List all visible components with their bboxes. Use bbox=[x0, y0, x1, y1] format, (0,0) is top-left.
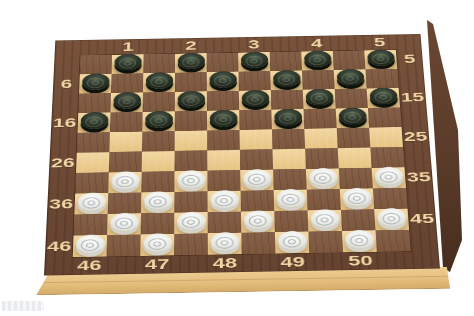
square-r6c6[interactable] bbox=[240, 149, 273, 170]
white-piece[interactable]: ◎ bbox=[210, 232, 239, 251]
square-r7c2[interactable]: ◎ bbox=[108, 172, 141, 193]
square-r7c8[interactable]: ◎ bbox=[306, 168, 340, 189]
square-r5c4[interactable] bbox=[175, 130, 208, 151]
square-r7c4[interactable]: ◎ bbox=[174, 171, 207, 192]
square-r9c8[interactable]: ◎ bbox=[308, 210, 342, 232]
square-r1c1[interactable] bbox=[80, 55, 112, 74]
square-r5c5[interactable] bbox=[207, 130, 240, 151]
square-r4c10[interactable] bbox=[368, 107, 402, 127]
square-r10c6[interactable] bbox=[241, 232, 275, 254]
square-r10c3[interactable]: ◎ bbox=[140, 234, 174, 256]
white-piece[interactable]: ◎ bbox=[308, 168, 337, 186]
coord-label-top-1: 1 bbox=[112, 39, 144, 55]
square-r6c5[interactable] bbox=[207, 150, 240, 171]
square-r1c3[interactable] bbox=[143, 54, 175, 73]
black-piece[interactable]: ◎ bbox=[304, 51, 332, 68]
square-r10c8[interactable] bbox=[308, 231, 343, 253]
square-r2c4[interactable] bbox=[175, 72, 207, 92]
square-r8c4[interactable] bbox=[174, 191, 207, 212]
square-r8c6[interactable] bbox=[241, 190, 275, 211]
square-r3c6[interactable]: ◎ bbox=[239, 90, 272, 110]
coord-label-top-3: 3 bbox=[238, 37, 270, 53]
white-piece[interactable]: ◎ bbox=[111, 171, 139, 189]
square-r10c5[interactable]: ◎ bbox=[208, 233, 242, 255]
coord-label-right-45: 45 bbox=[408, 208, 437, 230]
coord-label-top-4: 4 bbox=[301, 36, 333, 52]
square-r6c9[interactable] bbox=[338, 148, 372, 169]
white-piece[interactable]: ◎ bbox=[143, 233, 172, 252]
square-r9c6[interactable]: ◎ bbox=[241, 211, 275, 233]
coord-label-top-5: 5 bbox=[363, 35, 395, 51]
square-r6c7[interactable] bbox=[272, 149, 305, 170]
white-piece[interactable]: ◎ bbox=[75, 234, 104, 253]
coord-label-bottom-46: 46 bbox=[72, 256, 106, 274]
square-r6c2[interactable] bbox=[109, 152, 142, 173]
white-piece[interactable]: ◎ bbox=[374, 167, 403, 185]
square-r2c6[interactable] bbox=[239, 71, 271, 91]
coord-label-right-35: 35 bbox=[404, 167, 433, 188]
square-r3c4[interactable]: ◎ bbox=[175, 91, 207, 111]
square-r2c3[interactable]: ◎ bbox=[143, 73, 175, 93]
black-piece[interactable]: ◎ bbox=[240, 52, 267, 69]
square-r5c8[interactable] bbox=[304, 128, 337, 149]
square-r2c5[interactable]: ◎ bbox=[207, 72, 239, 92]
draughts-board: 12345 4647484950 616263646 515253545 ◎◎◎… bbox=[44, 34, 440, 275]
square-r5c2[interactable] bbox=[109, 132, 142, 153]
black-piece[interactable]: ◎ bbox=[209, 110, 237, 127]
white-piece[interactable]: ◎ bbox=[310, 209, 339, 227]
square-r7c6[interactable]: ◎ bbox=[240, 170, 273, 191]
white-piece[interactable]: ◎ bbox=[243, 169, 272, 187]
coord-label-right-15: 15 bbox=[399, 88, 427, 108]
square-r5c9[interactable] bbox=[337, 128, 371, 149]
square-r10c4[interactable] bbox=[174, 233, 208, 255]
square-r3c8[interactable]: ◎ bbox=[303, 89, 336, 109]
white-piece[interactable]: ◎ bbox=[276, 189, 305, 207]
square-r8c3[interactable]: ◎ bbox=[141, 192, 174, 213]
square-r7c10[interactable]: ◎ bbox=[372, 167, 406, 188]
white-piece[interactable]: ◎ bbox=[344, 230, 374, 249]
square-r2c8[interactable] bbox=[302, 70, 335, 90]
square-r8c9[interactable]: ◎ bbox=[340, 188, 374, 209]
black-piece[interactable]: ◎ bbox=[209, 71, 236, 88]
white-piece[interactable]: ◎ bbox=[277, 231, 306, 250]
black-piece[interactable]: ◎ bbox=[177, 53, 204, 70]
square-r4c7[interactable]: ◎ bbox=[271, 109, 304, 129]
square-r5c3[interactable] bbox=[142, 131, 175, 152]
square-r7c3[interactable] bbox=[141, 171, 174, 192]
square-r7c7[interactable] bbox=[273, 169, 307, 190]
square-r6c1[interactable] bbox=[76, 152, 109, 173]
coord-label-left-46: 46 bbox=[45, 236, 74, 258]
square-r9c7[interactable] bbox=[274, 210, 308, 232]
coord-label-top-2: 2 bbox=[175, 38, 207, 54]
white-piece[interactable]: ◎ bbox=[342, 188, 371, 206]
square-r6c3[interactable] bbox=[142, 151, 175, 172]
square-r8c2[interactable] bbox=[108, 192, 142, 213]
square-r6c10[interactable] bbox=[370, 147, 404, 168]
coord-label-bottom-48: 48 bbox=[208, 254, 242, 272]
square-r4c2[interactable] bbox=[110, 112, 143, 132]
black-piece[interactable]: ◎ bbox=[369, 87, 397, 104]
square-r3c3[interactable] bbox=[143, 92, 175, 112]
square-r10c9[interactable]: ◎ bbox=[342, 230, 377, 252]
square-r1c10[interactable]: ◎ bbox=[364, 50, 397, 69]
white-piece[interactable]: ◎ bbox=[210, 190, 239, 208]
square-r8c7[interactable]: ◎ bbox=[274, 190, 308, 211]
white-piece[interactable]: ◎ bbox=[243, 210, 272, 228]
square-r3c10[interactable]: ◎ bbox=[367, 88, 400, 108]
white-piece[interactable]: ◎ bbox=[177, 212, 206, 231]
square-r7c9[interactable] bbox=[339, 168, 373, 189]
coord-label-left-16: 16 bbox=[51, 113, 78, 133]
square-r10c1[interactable]: ◎ bbox=[73, 235, 107, 257]
square-r2c9[interactable]: ◎ bbox=[334, 69, 367, 89]
white-piece[interactable]: ◎ bbox=[177, 170, 205, 188]
black-piece[interactable]: ◎ bbox=[274, 109, 302, 126]
square-r1c9[interactable] bbox=[333, 50, 366, 69]
square-r3c5[interactable] bbox=[207, 91, 239, 111]
square-r1c5[interactable] bbox=[207, 53, 239, 72]
white-piece[interactable]: ◎ bbox=[144, 191, 172, 209]
black-piece[interactable]: ◎ bbox=[145, 72, 172, 89]
black-piece[interactable]: ◎ bbox=[241, 90, 269, 107]
square-r1c4[interactable]: ◎ bbox=[175, 53, 207, 72]
square-r9c3[interactable] bbox=[141, 213, 175, 235]
coord-label-left-36: 36 bbox=[47, 194, 75, 215]
coord-label-left-26: 26 bbox=[49, 153, 77, 174]
square-r9c2[interactable]: ◎ bbox=[107, 213, 141, 235]
square-r5c7[interactable] bbox=[272, 129, 305, 150]
black-piece[interactable]: ◎ bbox=[338, 107, 366, 124]
watermark bbox=[2, 301, 44, 311]
coord-label-right-5: 5 bbox=[396, 49, 424, 68]
square-r8c5[interactable]: ◎ bbox=[208, 191, 241, 212]
square-r4c6[interactable] bbox=[239, 110, 272, 130]
black-piece[interactable]: ◎ bbox=[305, 89, 333, 106]
black-piece[interactable]: ◎ bbox=[82, 73, 110, 90]
square-r7c1[interactable] bbox=[75, 172, 109, 193]
square-r6c4[interactable] bbox=[175, 150, 208, 171]
square-r3c7[interactable] bbox=[271, 90, 304, 110]
black-piece[interactable]: ◎ bbox=[80, 112, 108, 129]
square-r1c6[interactable]: ◎ bbox=[238, 52, 270, 71]
square-r1c2[interactable]: ◎ bbox=[112, 54, 144, 73]
square-r9c10[interactable]: ◎ bbox=[374, 209, 409, 231]
square-r4c9[interactable]: ◎ bbox=[336, 108, 369, 128]
square-r10c7[interactable]: ◎ bbox=[275, 232, 309, 254]
checkers-photo-scene: 12345 4647484950 616263646 515253545 ◎◎◎… bbox=[0, 0, 474, 316]
board-grid: ◎◎◎◎◎◎◎◎◎◎◎◎◎◎◎◎◎◎◎◎◎◎◎◎◎◎◎◎◎◎◎◎◎◎◎◎◎◎◎◎ bbox=[73, 50, 411, 257]
black-piece[interactable]: ◎ bbox=[145, 111, 173, 128]
black-piece[interactable]: ◎ bbox=[113, 92, 141, 109]
square-r5c6[interactable] bbox=[240, 129, 273, 150]
coord-label-left-6: 6 bbox=[53, 74, 80, 94]
square-r10c2[interactable] bbox=[107, 234, 141, 256]
square-r4c3[interactable]: ◎ bbox=[142, 111, 174, 131]
coord-label-bottom-47: 47 bbox=[140, 255, 174, 273]
square-r4c8[interactable] bbox=[304, 109, 337, 129]
square-r9c5[interactable] bbox=[208, 212, 242, 234]
square-r4c4[interactable] bbox=[175, 111, 207, 131]
square-r3c1[interactable] bbox=[78, 93, 111, 113]
white-piece[interactable]: ◎ bbox=[377, 208, 407, 226]
coord-label-bottom-50: 50 bbox=[343, 252, 378, 270]
square-r4c1[interactable]: ◎ bbox=[78, 112, 111, 132]
square-r3c9[interactable] bbox=[335, 89, 368, 109]
black-piece[interactable]: ◎ bbox=[273, 70, 301, 87]
square-r2c2[interactable] bbox=[111, 73, 143, 93]
square-r2c10[interactable] bbox=[365, 69, 398, 89]
square-r5c1[interactable] bbox=[77, 132, 110, 153]
white-piece[interactable]: ◎ bbox=[77, 192, 106, 210]
square-r5c10[interactable] bbox=[369, 127, 403, 148]
square-r8c10[interactable] bbox=[373, 188, 408, 209]
black-piece[interactable]: ◎ bbox=[336, 69, 364, 86]
square-r9c9[interactable] bbox=[341, 209, 376, 231]
white-piece[interactable]: ◎ bbox=[110, 213, 139, 232]
square-r9c1[interactable] bbox=[74, 214, 108, 236]
square-r1c8[interactable]: ◎ bbox=[301, 51, 333, 70]
board-frame: 12345 4647484950 616263646 515253545 ◎◎◎… bbox=[44, 34, 440, 275]
square-r3c2[interactable]: ◎ bbox=[110, 92, 142, 112]
square-r1c7[interactable] bbox=[270, 52, 302, 71]
square-r9c4[interactable]: ◎ bbox=[174, 212, 208, 234]
black-piece[interactable]: ◎ bbox=[367, 49, 395, 66]
black-piece[interactable]: ◎ bbox=[177, 91, 204, 108]
square-r2c7[interactable]: ◎ bbox=[270, 70, 303, 90]
square-r6c8[interactable] bbox=[305, 148, 339, 169]
square-r8c8[interactable] bbox=[307, 189, 341, 210]
square-r4c5[interactable]: ◎ bbox=[207, 110, 240, 130]
coord-label-bottom-49: 49 bbox=[275, 253, 310, 271]
square-r7c5[interactable] bbox=[207, 170, 240, 191]
square-r2c1[interactable]: ◎ bbox=[79, 74, 111, 94]
square-r8c1[interactable]: ◎ bbox=[74, 193, 108, 214]
coord-label-right-25: 25 bbox=[401, 127, 429, 147]
square-r10c10[interactable] bbox=[376, 230, 411, 252]
black-piece[interactable]: ◎ bbox=[114, 54, 141, 71]
